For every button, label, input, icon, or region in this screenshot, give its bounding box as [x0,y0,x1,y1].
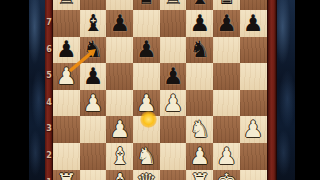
piece-black-pawn[interactable]: ♟ [136,38,157,61]
square-a7[interactable] [53,10,80,37]
square-f6[interactable]: ♞ [186,37,213,64]
square-e4[interactable]: ♟ [160,90,187,117]
square-e1[interactable] [160,170,187,180]
piece-black-knight[interactable]: ♞ [83,38,104,61]
square-a4[interactable] [53,90,80,117]
square-b6[interactable]: ♞ [80,37,107,64]
piece-white-king[interactable]: ♚ [216,171,237,180]
piece-white-pawn[interactable]: ♟ [189,145,210,168]
board-frame-right [267,0,277,180]
square-f2[interactable]: ♟ [186,143,213,170]
square-e5[interactable]: ♟ [160,63,187,90]
square-a8[interactable]: ♜ [53,0,80,10]
square-g3[interactable] [213,116,240,143]
rank-label-3: 3 [45,124,54,134]
square-d6[interactable]: ♟ [133,37,160,64]
square-b8[interactable] [80,0,107,10]
square-h6[interactable] [240,37,267,64]
piece-white-queen[interactable]: ♛ [136,171,157,180]
square-g4[interactable] [213,90,240,117]
rank-label-8: 8 [45,0,54,1]
piece-white-pawn[interactable]: ♟ [83,92,104,115]
piece-white-pawn[interactable]: ♟ [243,118,264,141]
square-f4[interactable] [186,90,213,117]
square-g7[interactable]: ♟ [213,10,240,37]
square-d1[interactable]: ♛ [133,170,160,180]
piece-white-bishop[interactable]: ♝ [109,171,130,180]
square-c5[interactable] [106,63,133,90]
square-a3[interactable] [53,116,80,143]
square-f1[interactable]: ♜ [186,170,213,180]
square-e7[interactable] [160,10,187,37]
piece-white-knight[interactable]: ♞ [189,118,210,141]
chessboard-stage: ♜♛♜♝♚♝♟♟♟♟♟♞♟♞♟♟♟♟♟♟♟♞♟♝♞♟♟♜♝♛♜♚ 8765432… [0,0,320,180]
rank-label-6: 6 [45,45,54,55]
square-b5[interactable]: ♟ [80,63,107,90]
square-d7[interactable] [133,10,160,37]
square-f5[interactable] [186,63,213,90]
square-c8[interactable] [106,0,133,10]
piece-white-knight[interactable]: ♞ [136,145,157,168]
square-h1[interactable] [240,170,267,180]
marble-trim-right [276,0,295,180]
square-c6[interactable] [106,37,133,64]
piece-white-pawn[interactable]: ♟ [136,92,157,115]
square-e8[interactable]: ♜ [160,0,187,10]
square-b4[interactable]: ♟ [80,90,107,117]
rank-label-7: 7 [45,18,54,28]
square-f7[interactable]: ♟ [186,10,213,37]
square-h3[interactable]: ♟ [240,116,267,143]
square-h4[interactable] [240,90,267,117]
square-a2[interactable] [53,143,80,170]
square-c3[interactable]: ♟ [106,116,133,143]
piece-black-pawn[interactable]: ♟ [163,65,184,88]
square-g6[interactable] [213,37,240,64]
board: ♜♛♜♝♚♝♟♟♟♟♟♞♟♞♟♟♟♟♟♟♟♞♟♝♞♟♟♜♝♛♜♚ [53,0,267,180]
square-a6[interactable]: ♟ [53,37,80,64]
square-d4[interactable]: ♟ [133,90,160,117]
piece-black-rook[interactable]: ♜ [163,0,184,8]
piece-black-pawn[interactable]: ♟ [56,38,77,61]
piece-white-rook[interactable]: ♜ [189,171,210,180]
square-g2[interactable]: ♟ [213,143,240,170]
square-d3[interactable] [133,116,160,143]
square-c1[interactable]: ♝ [106,170,133,180]
square-e6[interactable] [160,37,187,64]
piece-white-rook[interactable]: ♜ [56,171,77,180]
square-h2[interactable] [240,143,267,170]
square-d5[interactable] [133,63,160,90]
piece-black-rook[interactable]: ♜ [56,0,77,8]
piece-black-king[interactable]: ♚ [216,0,237,8]
piece-white-bishop[interactable]: ♝ [109,145,130,168]
piece-white-pawn[interactable]: ♟ [109,118,130,141]
piece-black-pawn[interactable]: ♟ [189,12,210,35]
piece-black-queen[interactable]: ♛ [136,0,157,8]
square-b2[interactable] [80,143,107,170]
piece-white-pawn[interactable]: ♟ [163,92,184,115]
square-b1[interactable] [80,170,107,180]
rank-label-4: 4 [45,98,54,108]
piece-white-pawn[interactable]: ♟ [216,145,237,168]
square-g5[interactable] [213,63,240,90]
square-e2[interactable] [160,143,187,170]
marble-trim-left [29,0,45,180]
square-h5[interactable] [240,63,267,90]
piece-black-knight[interactable]: ♞ [189,38,210,61]
piece-black-pawn[interactable]: ♟ [83,65,104,88]
square-b3[interactable] [80,116,107,143]
square-c2[interactable]: ♝ [106,143,133,170]
piece-black-pawn[interactable]: ♟ [216,12,237,35]
rank-label-5: 5 [45,71,54,81]
square-d8[interactable]: ♛ [133,0,160,10]
square-b7[interactable]: ♝ [80,10,107,37]
piece-black-pawn[interactable]: ♟ [243,12,264,35]
square-f8[interactable]: ♝ [186,0,213,10]
square-g1[interactable]: ♚ [213,170,240,180]
piece-black-bishop[interactable]: ♝ [83,12,104,35]
square-e3[interactable] [160,116,187,143]
rank-label-1: 1 [45,178,54,180]
piece-black-bishop[interactable]: ♝ [189,0,210,8]
square-d2[interactable]: ♞ [133,143,160,170]
square-a5[interactable]: ♟ [53,63,80,90]
square-h7[interactable]: ♟ [240,10,267,37]
square-c4[interactable] [106,90,133,117]
square-g8[interactable]: ♚ [213,0,240,10]
square-a1[interactable]: ♜ [53,170,80,180]
square-h8[interactable] [240,0,267,10]
square-c7[interactable]: ♟ [106,10,133,37]
piece-black-pawn[interactable]: ♟ [109,12,130,35]
piece-white-pawn[interactable]: ♟ [56,65,77,88]
square-f3[interactable]: ♞ [186,116,213,143]
rank-label-2: 2 [45,151,54,161]
